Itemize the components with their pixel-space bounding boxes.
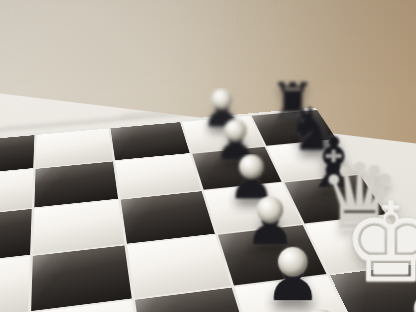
chess-board: ♟♜♟♞♟♝♟♛♟♚♟♝♟♞♟♜ xyxy=(0,108,416,312)
board-scene: ♟♜♟♞♟♝♟♛♟♚♟♝♟♞♟♜ xyxy=(0,0,416,312)
piece-white-pawn-e2: ♟ xyxy=(264,246,321,310)
square-d3 xyxy=(127,235,231,298)
square-d4 xyxy=(31,245,132,311)
bishop-glyph: ♝ xyxy=(387,270,416,312)
square-e3 xyxy=(135,288,251,312)
square-d5 xyxy=(0,256,30,312)
piece-white-pawn-f2: ♟ xyxy=(289,308,353,312)
photo-stage: ♟♜♟♞♟♝♟♛♟♚♟♝♟♞♟♜ xyxy=(0,0,416,312)
piece-white-bishop-f1: ♝ xyxy=(387,270,416,312)
